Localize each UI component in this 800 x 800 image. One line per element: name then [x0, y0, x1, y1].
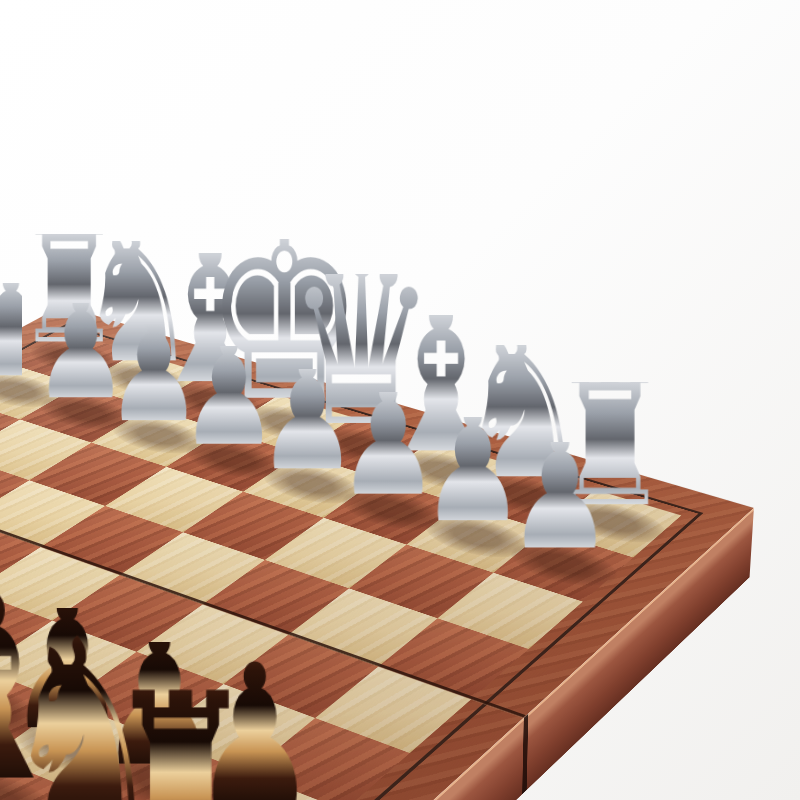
chess-set-photo: ♜♞♝♚♛♝♞♜♟♟♟♟♟♟♟♟♟♟♟♟♟♟♟♟♜♞♝♚♛♝♞♜: [0, 0, 800, 800]
chess-board: ♜♞♝♚♛♝♞♜♟♟♟♟♟♟♟♟♟♟♟♟♟♟♟♟♜♞♝♚♛♝♞♜: [0, 306, 754, 800]
black-rook-glyph: ♜: [104, 663, 257, 800]
white-pawn-glyph: ♟: [506, 411, 613, 574]
